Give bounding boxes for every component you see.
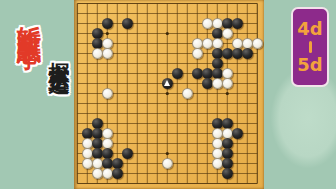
star-point (166, 92, 169, 95)
white-stone (102, 48, 113, 59)
white-stone (252, 38, 263, 49)
right-panel: 4d 5d (264, 0, 336, 189)
title-primary: 斩断实战恶手 (13, 6, 45, 30)
white-stone (222, 78, 233, 89)
black-stone (232, 18, 243, 29)
go-video-thumbnail: 斩断实战恶手 探索棋之正道 4d 5d (0, 0, 336, 189)
title-secondary: 探索棋之正道 (43, 45, 73, 60)
white-stone (192, 48, 203, 59)
white-stone (162, 158, 173, 169)
marked-black-stone (162, 78, 173, 89)
black-stone (232, 128, 243, 139)
rank-bottom: 5d (297, 55, 322, 75)
go-board[interactable] (74, 0, 264, 189)
star-point (226, 92, 229, 95)
rank-separator-bar (309, 41, 312, 53)
black-stone (242, 48, 253, 59)
star-point (106, 32, 109, 35)
white-stone (182, 88, 193, 99)
star-point (166, 32, 169, 35)
white-stone (102, 88, 113, 99)
black-stone (102, 18, 113, 29)
last-move-triangle-marker (164, 80, 170, 86)
rank-badge: 4d 5d (291, 7, 329, 87)
black-stone (112, 168, 123, 179)
black-stone (122, 18, 133, 29)
white-stone (222, 28, 233, 39)
star-point (166, 152, 169, 155)
left-title-panel: 斩断实战恶手 探索棋之正道 (0, 0, 74, 189)
black-stone (122, 148, 133, 159)
rank-top: 4d (297, 19, 322, 39)
black-stone (172, 68, 183, 79)
black-stone (222, 168, 233, 179)
